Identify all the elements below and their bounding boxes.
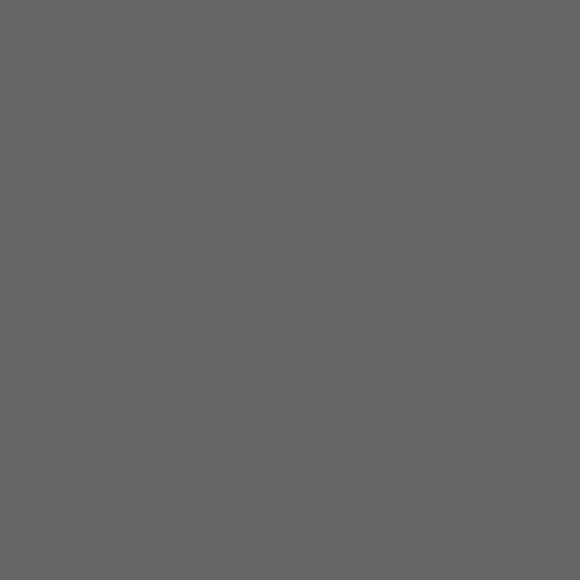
go-board[interactable] [24,24,556,556]
go-board-page [0,0,580,580]
